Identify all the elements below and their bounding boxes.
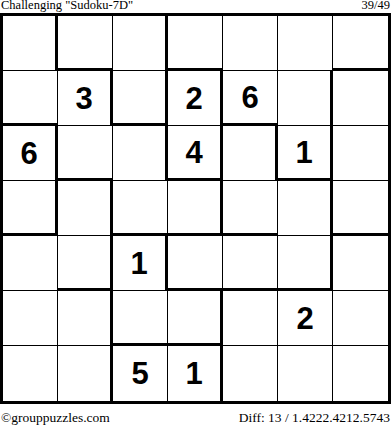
cell-r5c4[interactable] <box>168 236 223 291</box>
cell-r7c4[interactable]: 1 <box>168 346 223 401</box>
given-digit: 3 <box>75 83 92 114</box>
cell-r6c3[interactable] <box>113 291 168 346</box>
cell-r4c1[interactable] <box>3 181 58 236</box>
cell-r4c3[interactable] <box>113 181 168 236</box>
given-digit: 1 <box>295 137 312 168</box>
cell-r3c4[interactable]: 4 <box>168 126 223 181</box>
cell-r1c3[interactable] <box>113 16 168 71</box>
cell-r3c3[interactable] <box>113 126 168 181</box>
cell-r1c6[interactable] <box>278 16 333 71</box>
cell-r5c3[interactable]: 1 <box>113 236 168 291</box>
sudoku-board: 3266411251 <box>0 13 391 404</box>
cell-r5c1[interactable] <box>3 236 58 291</box>
cell-r4c2[interactable] <box>58 181 113 236</box>
given-digit: 6 <box>20 138 37 169</box>
cell-r3c6[interactable]: 1 <box>278 126 333 181</box>
cell-r7c1[interactable] <box>3 346 58 401</box>
cell-r1c1[interactable] <box>3 16 58 71</box>
cells-remaining-counter: 39/49 <box>362 0 391 12</box>
given-digit: 4 <box>185 137 202 168</box>
cell-r2c7[interactable] <box>333 71 388 126</box>
cell-r6c2[interactable] <box>58 291 113 346</box>
cell-r4c5[interactable] <box>223 181 278 236</box>
cell-r5c2[interactable] <box>58 236 113 291</box>
cell-r2c1[interactable] <box>3 71 58 126</box>
cell-r2c5[interactable]: 6 <box>223 71 278 126</box>
cell-r1c4[interactable] <box>168 16 223 71</box>
cell-r2c6[interactable] <box>278 71 333 126</box>
given-digit: 6 <box>241 82 258 113</box>
cell-r6c1[interactable] <box>3 291 58 346</box>
footer: ©grouppuzzles.com Diff: 13 / 1.4222.4212… <box>0 407 391 426</box>
cell-r3c2[interactable] <box>58 126 113 181</box>
cell-r6c6[interactable]: 2 <box>278 291 333 346</box>
cell-r7c6[interactable] <box>278 346 333 401</box>
difficulty-text: Diff: 13 / 1.4222.4212.5743 <box>239 409 391 426</box>
cell-r2c2[interactable]: 3 <box>58 71 113 126</box>
cell-r2c3[interactable] <box>113 71 168 126</box>
given-digit: 1 <box>130 248 147 279</box>
given-digit: 1 <box>185 358 202 389</box>
puzzle-page: Challenging "Sudoku-7D" 39/49 3266411251… <box>0 0 391 426</box>
cell-r7c3[interactable]: 5 <box>113 346 168 401</box>
cell-r6c7[interactable] <box>333 291 388 346</box>
cell-r6c4[interactable] <box>168 291 223 346</box>
cell-r4c4[interactable] <box>168 181 223 236</box>
cell-r2c4[interactable]: 2 <box>168 71 223 126</box>
cell-r7c5[interactable] <box>223 346 278 401</box>
cell-r1c5[interactable] <box>223 16 278 71</box>
copyright-text: ©grouppuzzles.com <box>0 409 110 426</box>
cell-r5c7[interactable] <box>333 236 388 291</box>
given-digit: 5 <box>131 358 148 389</box>
cell-r7c2[interactable] <box>58 346 113 401</box>
cell-r5c5[interactable] <box>223 236 278 291</box>
cell-r3c1[interactable]: 6 <box>3 126 58 181</box>
puzzle-title: Challenging "Sudoku-7D" <box>0 0 133 12</box>
cell-r3c5[interactable] <box>223 126 278 181</box>
header: Challenging "Sudoku-7D" 39/49 <box>0 0 391 12</box>
cell-r1c2[interactable] <box>58 16 113 71</box>
cell-r1c7[interactable] <box>333 16 388 71</box>
cell-r5c6[interactable] <box>278 236 333 291</box>
cell-r4c6[interactable] <box>278 181 333 236</box>
cell-r6c5[interactable] <box>223 291 278 346</box>
cell-r3c7[interactable] <box>333 126 388 181</box>
given-digit: 2 <box>185 83 202 114</box>
given-digit: 2 <box>296 303 313 334</box>
cell-r7c7[interactable] <box>333 346 388 401</box>
cell-r4c7[interactable] <box>333 181 388 236</box>
